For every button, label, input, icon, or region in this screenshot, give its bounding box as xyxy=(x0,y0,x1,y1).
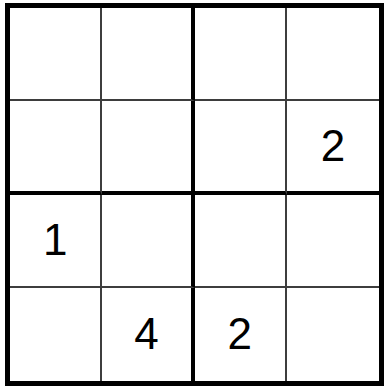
cell-r4c4[interactable] xyxy=(287,288,379,381)
cell-r4c3[interactable]: 2 xyxy=(195,288,287,381)
cell-r3c2[interactable] xyxy=(102,195,194,288)
cell-r2c4[interactable]: 2 xyxy=(287,101,379,194)
cell-r3c3[interactable] xyxy=(195,195,287,288)
cell-r1c1[interactable] xyxy=(10,8,102,101)
cell-r2c2[interactable] xyxy=(102,101,194,194)
cell-r2c3[interactable] xyxy=(195,101,287,194)
cell-r1c4[interactable] xyxy=(287,8,379,101)
cell-r3c1[interactable]: 1 xyxy=(10,195,102,288)
cell-r4c1[interactable] xyxy=(10,288,102,381)
sudoku-page: 2142 xyxy=(0,0,388,391)
cell-r1c3[interactable] xyxy=(195,8,287,101)
cell-r2c1[interactable] xyxy=(10,101,102,194)
cell-r3c4[interactable] xyxy=(287,195,379,288)
sudoku-board: 2142 xyxy=(5,3,384,386)
cell-r4c2[interactable]: 4 xyxy=(102,288,194,381)
cell-r1c2[interactable] xyxy=(102,8,194,101)
